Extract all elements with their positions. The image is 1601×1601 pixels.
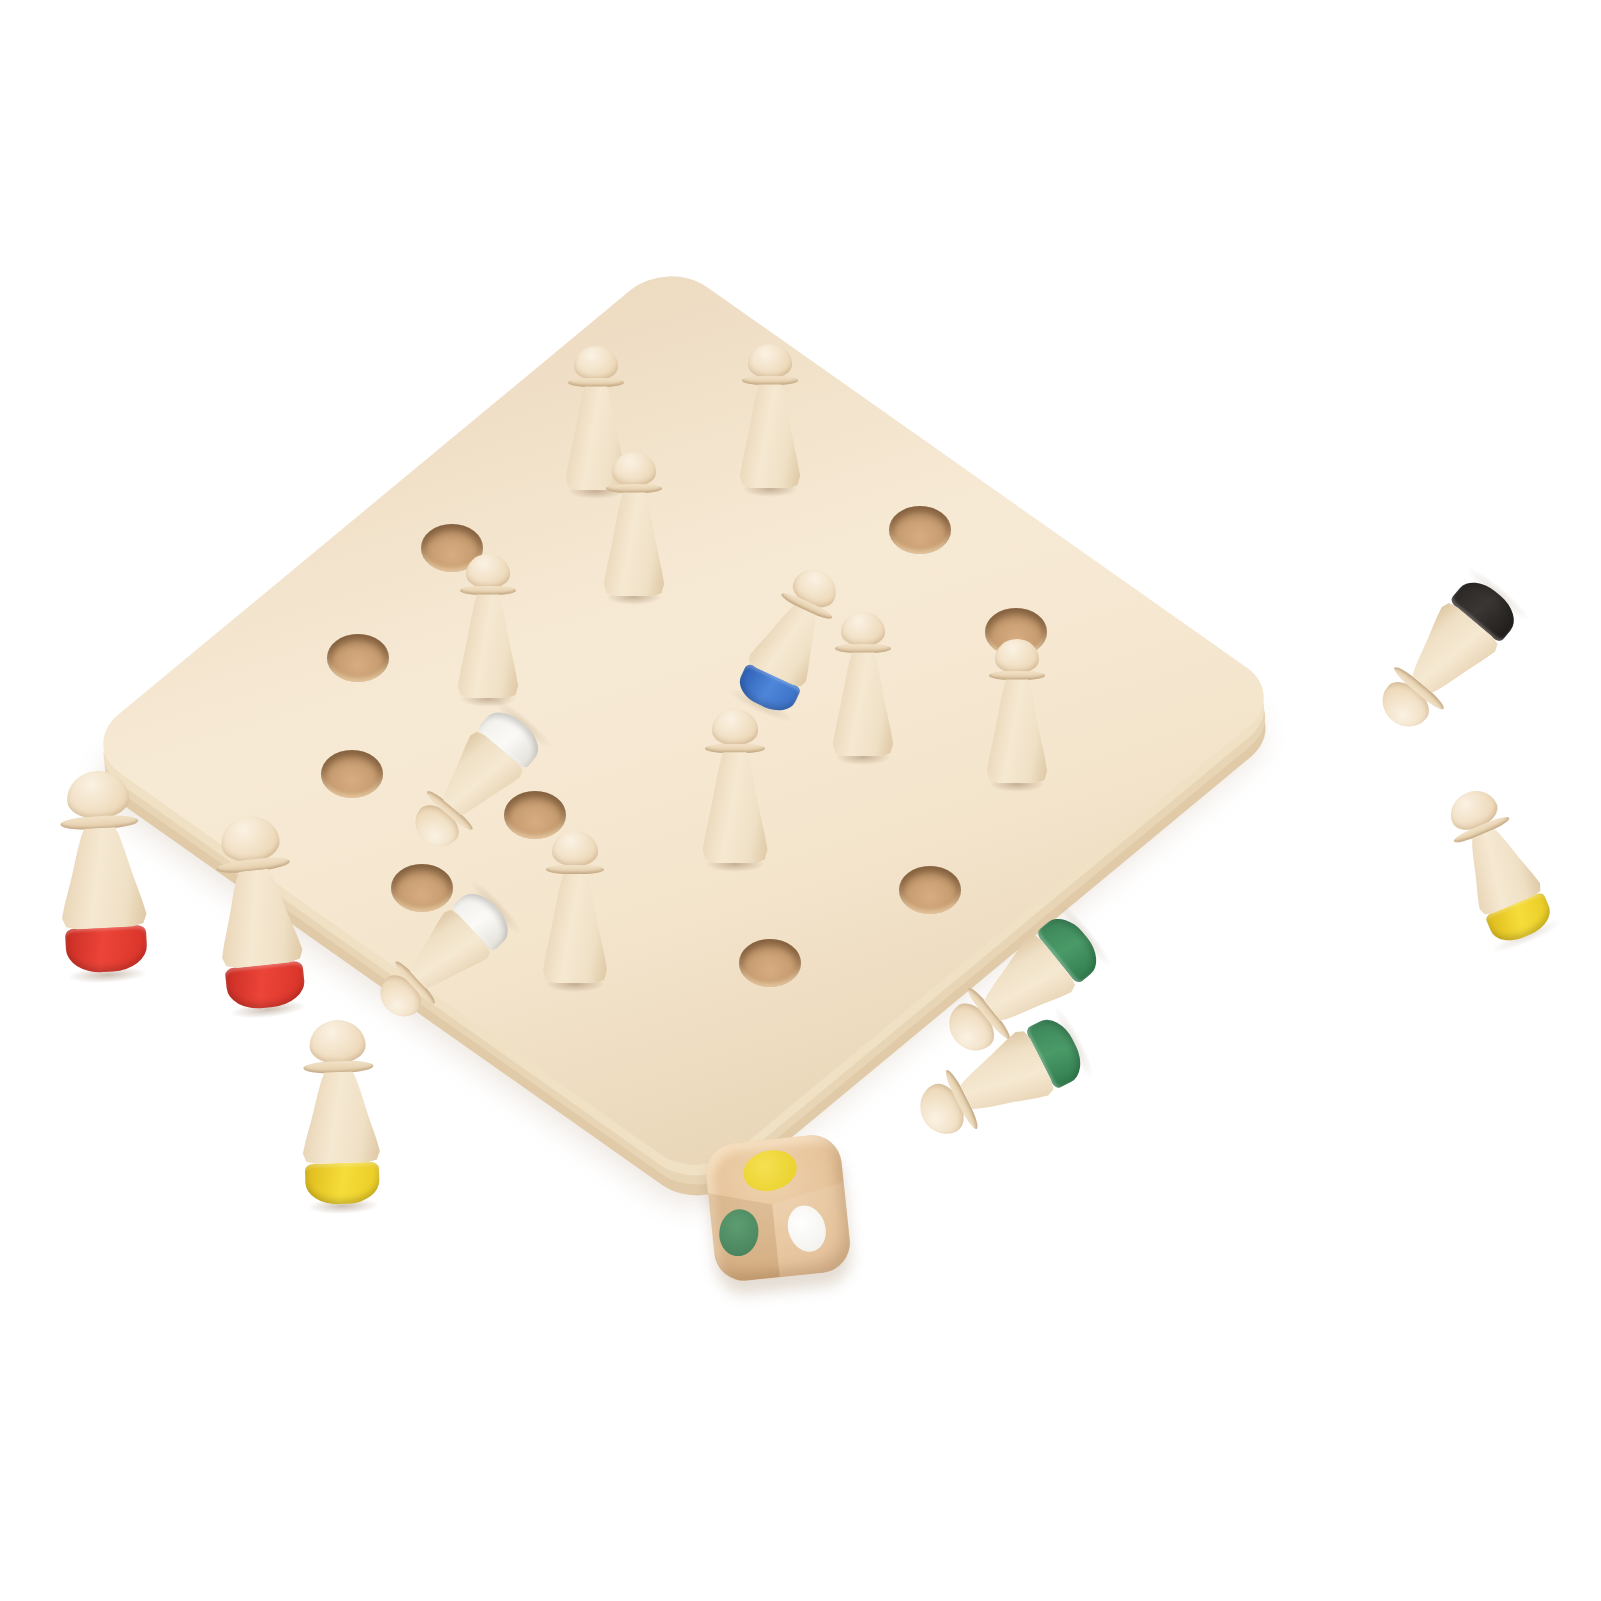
peg-yellow[interactable] [296, 1018, 384, 1208]
peg-neck [606, 484, 661, 493]
die-dot-top [739, 1145, 801, 1197]
peg-body [55, 825, 150, 930]
peg-body [831, 652, 895, 756]
peg-head [309, 1019, 366, 1064]
board-hole[interactable] [899, 866, 961, 914]
peg-neck [705, 744, 764, 753]
peg-neck [60, 814, 138, 830]
peg-head [712, 709, 759, 745]
peg-yellow[interactable] [1434, 780, 1560, 953]
peg-plain[interactable] [831, 612, 895, 758]
peg-head [841, 612, 885, 646]
die-dot-right [782, 1201, 831, 1257]
board-hole[interactable] [889, 506, 951, 554]
peg-head [66, 769, 130, 819]
board-hole[interactable] [327, 634, 389, 682]
board-hole[interactable] [391, 864, 453, 912]
peg-neck [568, 378, 623, 387]
peg-plain[interactable] [985, 639, 1049, 785]
peg-tip [305, 1161, 380, 1205]
peg-neck [460, 586, 515, 595]
peg-head [219, 813, 282, 864]
peg-neck [835, 644, 890, 653]
peg-plain[interactable] [456, 554, 520, 700]
peg-body [985, 679, 1049, 783]
board-hole[interactable] [321, 750, 383, 798]
peg-head [748, 344, 792, 378]
peg-body [541, 874, 609, 983]
peg-head [612, 452, 656, 486]
color-die[interactable] [703, 1132, 853, 1283]
peg-tip [64, 925, 147, 974]
peg-head [466, 554, 510, 588]
peg-neck [546, 865, 604, 874]
peg-black[interactable] [1364, 568, 1529, 744]
die-dot-left [716, 1207, 762, 1259]
peg-neck [742, 376, 797, 385]
peg-plain[interactable] [541, 831, 609, 985]
board-hole[interactable] [739, 939, 801, 987]
peg-head [995, 639, 1039, 673]
board-face [81, 259, 1286, 1181]
peg-neck [303, 1060, 374, 1074]
peg-body [738, 384, 802, 488]
peg-plain[interactable] [738, 344, 802, 490]
peg-body [298, 1070, 383, 1164]
peg-body [701, 752, 770, 863]
peg-head [552, 831, 598, 866]
peg-body [211, 865, 307, 969]
scene [0, 0, 1601, 1601]
peg-body [456, 594, 520, 698]
peg-plain[interactable] [602, 452, 666, 598]
peg-body [602, 492, 666, 596]
peg-neck [989, 671, 1044, 680]
peg-head [574, 346, 618, 380]
peg-red[interactable] [52, 768, 153, 977]
peg-plain[interactable] [701, 709, 770, 865]
